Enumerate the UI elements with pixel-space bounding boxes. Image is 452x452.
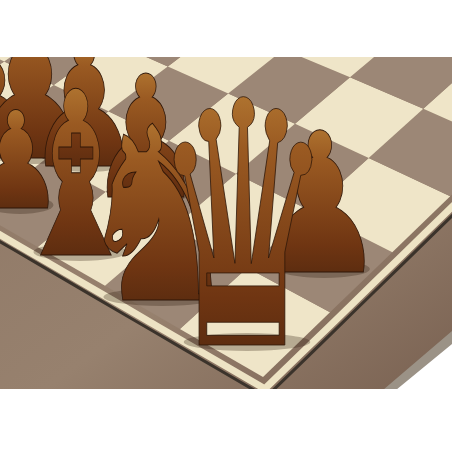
queen-h1[interactable]: ♛	[152, 30, 335, 425]
product-photo: ♟♟♟♟♟♝♟♞♛	[0, 0, 452, 452]
chessboard-scene: ♟♟♟♟♟♝♟♞♛	[0, 0, 452, 452]
